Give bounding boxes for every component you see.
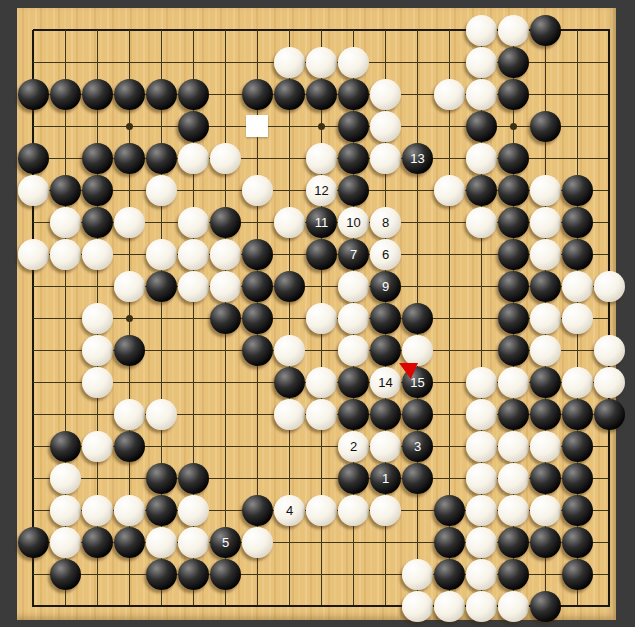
stone-white <box>82 303 113 334</box>
stone-black <box>178 111 209 142</box>
stone-white <box>562 367 593 398</box>
stone-white <box>82 335 113 366</box>
stone-black <box>562 431 593 462</box>
stone-white <box>82 367 113 398</box>
stone-black <box>530 463 561 494</box>
stone-black <box>402 303 433 334</box>
stone-black <box>82 207 113 238</box>
stone-white <box>466 207 497 238</box>
stone-white <box>146 399 177 430</box>
stone-white <box>402 559 433 590</box>
stone-black <box>146 495 177 526</box>
stone-black <box>178 79 209 110</box>
stone-black <box>434 559 465 590</box>
stone-black <box>498 303 529 334</box>
star-point <box>510 123 517 130</box>
stone-black <box>530 111 561 142</box>
stone-white <box>306 367 337 398</box>
stone-white <box>146 175 177 206</box>
stone-white <box>242 527 273 558</box>
stone-white <box>594 335 625 366</box>
stone-black <box>338 143 369 174</box>
stone-white <box>178 271 209 302</box>
stone-white <box>146 239 177 270</box>
stone-black <box>530 527 561 558</box>
stone-black <box>306 239 337 270</box>
stone-white <box>306 495 337 526</box>
stone-white <box>530 495 561 526</box>
stone-black <box>114 335 145 366</box>
stone-black: 9 <box>370 271 401 302</box>
goban-grid[interactable]: 131211108769141523145 <box>33 30 610 607</box>
stone-black: 5 <box>210 527 241 558</box>
stone-black <box>146 463 177 494</box>
stone-black <box>114 527 145 558</box>
stone-black <box>498 239 529 270</box>
stone-white: 6 <box>370 239 401 270</box>
stone-black <box>306 79 337 110</box>
stone-white <box>466 527 497 558</box>
stone-white <box>210 239 241 270</box>
stone-white <box>210 143 241 174</box>
stone-white <box>594 271 625 302</box>
stone-white <box>530 303 561 334</box>
stone-white <box>498 495 529 526</box>
stone-white <box>18 175 49 206</box>
grid-line-vertical <box>608 30 610 607</box>
stone-white <box>274 47 305 78</box>
stone-black <box>50 175 81 206</box>
stone-white <box>466 79 497 110</box>
stone-black <box>338 111 369 142</box>
stone-black <box>114 431 145 462</box>
stone-white <box>338 303 369 334</box>
star-point <box>126 315 133 322</box>
stone-white <box>274 335 305 366</box>
stone-white <box>114 495 145 526</box>
stone-black <box>82 527 113 558</box>
stone-black <box>82 79 113 110</box>
stone-black: 11 <box>306 207 337 238</box>
stone-black <box>18 143 49 174</box>
star-point <box>318 123 325 130</box>
stone-black <box>466 111 497 142</box>
stone-black <box>18 79 49 110</box>
move-number: 13 <box>410 152 424 165</box>
stone-white <box>466 591 497 622</box>
stone-black <box>562 495 593 526</box>
stone-white <box>530 175 561 206</box>
stone-black <box>242 79 273 110</box>
stone-black <box>50 79 81 110</box>
stone-white <box>178 495 209 526</box>
stone-black <box>498 527 529 558</box>
stone-black <box>370 335 401 366</box>
stone-black <box>338 399 369 430</box>
move-number: 11 <box>315 216 329 229</box>
stone-black <box>178 559 209 590</box>
move-number: 9 <box>382 280 389 293</box>
stone-white <box>402 335 433 366</box>
stone-black <box>274 79 305 110</box>
stone-black <box>370 303 401 334</box>
stone-black <box>242 271 273 302</box>
stone-white <box>594 367 625 398</box>
stone-white <box>82 431 113 462</box>
stone-black <box>562 527 593 558</box>
stone-black <box>338 175 369 206</box>
stone-black <box>338 367 369 398</box>
stone-white <box>370 143 401 174</box>
stone-white <box>434 591 465 622</box>
stone-white <box>82 495 113 526</box>
stone-white <box>274 207 305 238</box>
move-number: 3 <box>414 440 421 453</box>
move-number: 10 <box>346 216 360 229</box>
stone-black <box>242 495 273 526</box>
stone-white <box>466 399 497 430</box>
stone-black <box>50 431 81 462</box>
move-number: 8 <box>382 216 389 229</box>
stone-black <box>530 367 561 398</box>
stone-white <box>306 399 337 430</box>
stone-black <box>210 559 241 590</box>
star-point <box>126 123 133 130</box>
goban: 131211108769141523145 <box>17 8 616 620</box>
stone-white: 12 <box>306 175 337 206</box>
stone-black <box>114 79 145 110</box>
stone-black <box>274 271 305 302</box>
stone-black <box>498 335 529 366</box>
stone-white <box>370 111 401 142</box>
stone-black <box>210 207 241 238</box>
stone-white <box>242 175 273 206</box>
stone-black <box>530 399 561 430</box>
stone-white <box>178 239 209 270</box>
stone-black: 13 <box>402 143 433 174</box>
stone-black <box>18 527 49 558</box>
stone-white <box>370 79 401 110</box>
stone-black <box>498 271 529 302</box>
stone-white <box>306 143 337 174</box>
stone-black <box>82 175 113 206</box>
stone-white <box>434 175 465 206</box>
move-number: 14 <box>378 376 392 389</box>
stone-white <box>50 527 81 558</box>
stone-black <box>274 367 305 398</box>
stone-white <box>18 239 49 270</box>
stone-white <box>466 143 497 174</box>
stone-black <box>498 399 529 430</box>
stone-black <box>562 559 593 590</box>
stone-white: 14 <box>370 367 401 398</box>
stone-white <box>498 591 529 622</box>
stone-black <box>562 239 593 270</box>
stone-black <box>530 271 561 302</box>
stone-white <box>466 463 497 494</box>
stone-white <box>498 15 529 46</box>
stone-white <box>178 143 209 174</box>
stone-black <box>498 143 529 174</box>
stone-white <box>466 367 497 398</box>
stone-white <box>498 367 529 398</box>
stone-white <box>306 303 337 334</box>
stone-white <box>402 591 433 622</box>
stone-black <box>242 335 273 366</box>
stone-white <box>50 207 81 238</box>
stone-black <box>178 463 209 494</box>
move-number: 4 <box>286 504 293 517</box>
stone-black <box>466 175 497 206</box>
stone-white <box>114 271 145 302</box>
stone-black <box>498 47 529 78</box>
stone-white <box>530 335 561 366</box>
stone-black <box>434 495 465 526</box>
stone-black <box>498 175 529 206</box>
stone-white <box>114 207 145 238</box>
stone-white <box>50 239 81 270</box>
stone-white <box>82 239 113 270</box>
stone-black <box>498 79 529 110</box>
stone-black <box>338 79 369 110</box>
stone-black <box>114 143 145 174</box>
stone-black <box>434 527 465 558</box>
stone-white <box>146 527 177 558</box>
stone-black <box>530 591 561 622</box>
move-number: 6 <box>382 248 389 261</box>
stone-black <box>402 399 433 430</box>
stone-black: 1 <box>370 463 401 494</box>
stone-white <box>178 207 209 238</box>
stone-black <box>562 175 593 206</box>
stone-black <box>498 559 529 590</box>
stone-black: 3 <box>402 431 433 462</box>
stone-white <box>338 495 369 526</box>
move-number: 1 <box>382 472 389 485</box>
move-number: 2 <box>350 440 357 453</box>
stone-white <box>466 15 497 46</box>
stone-black <box>594 399 625 430</box>
stone-white <box>530 239 561 270</box>
stone-white <box>466 47 497 78</box>
stone-white <box>50 495 81 526</box>
stone-black <box>242 239 273 270</box>
stone-black <box>402 463 433 494</box>
stone-black <box>50 559 81 590</box>
stone-black <box>146 559 177 590</box>
stone-black <box>562 463 593 494</box>
stone-white <box>178 527 209 558</box>
stone-black <box>146 143 177 174</box>
stone-white <box>530 431 561 462</box>
stone-black <box>562 207 593 238</box>
stone-black <box>242 303 273 334</box>
move-number: 5 <box>222 536 229 549</box>
stone-white <box>466 559 497 590</box>
stone-white <box>466 495 497 526</box>
stone-white <box>530 207 561 238</box>
stone-white <box>466 431 497 462</box>
stone-black: 7 <box>338 239 369 270</box>
stone-white <box>338 271 369 302</box>
square-marker <box>246 115 268 137</box>
stone-black <box>498 207 529 238</box>
stone-white <box>274 399 305 430</box>
stone-black <box>530 15 561 46</box>
stone-white <box>210 271 241 302</box>
stone-white: 2 <box>338 431 369 462</box>
stone-white <box>498 463 529 494</box>
stone-white: 4 <box>274 495 305 526</box>
stone-white <box>338 47 369 78</box>
stone-black <box>338 463 369 494</box>
move-number: 15 <box>410 376 424 389</box>
stone-black <box>210 303 241 334</box>
stone-white <box>50 463 81 494</box>
stone-white <box>338 335 369 366</box>
stone-white <box>562 303 593 334</box>
move-number: 12 <box>314 184 328 197</box>
stone-white <box>114 399 145 430</box>
stone-white: 10 <box>338 207 369 238</box>
stone-white <box>562 271 593 302</box>
stone-white <box>370 431 401 462</box>
stone-white <box>434 79 465 110</box>
stone-white <box>498 431 529 462</box>
stone-white <box>306 47 337 78</box>
stone-black <box>82 143 113 174</box>
stone-black <box>146 271 177 302</box>
stone-white: 8 <box>370 207 401 238</box>
stone-black <box>146 79 177 110</box>
stone-black <box>562 399 593 430</box>
go-app-window: 131211108769141523145 <box>0 0 635 627</box>
stone-black <box>370 399 401 430</box>
move-number: 7 <box>350 248 357 261</box>
stone-white <box>370 495 401 526</box>
